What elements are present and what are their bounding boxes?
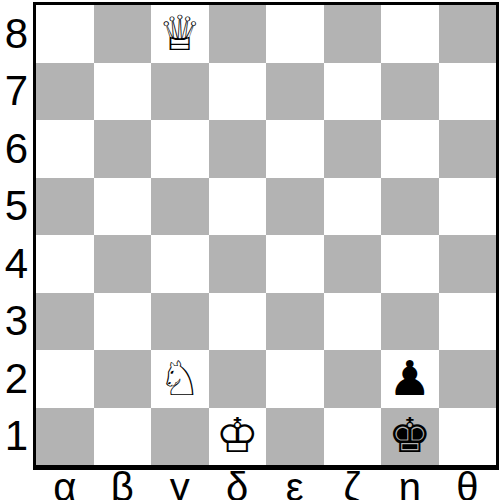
square-a6[interactable] bbox=[36, 120, 94, 178]
square-d4[interactable] bbox=[209, 235, 267, 293]
rank-label-3: 3 bbox=[0, 293, 33, 351]
square-b4[interactable] bbox=[94, 235, 152, 293]
square-c6[interactable] bbox=[151, 120, 209, 178]
square-h8[interactable] bbox=[439, 5, 497, 63]
square-e2[interactable] bbox=[266, 350, 324, 408]
rank-label-2: 2 bbox=[0, 350, 33, 408]
square-a3[interactable] bbox=[36, 293, 94, 351]
file-label-e: ε bbox=[266, 470, 324, 500]
square-g4[interactable] bbox=[381, 235, 439, 293]
square-e8[interactable] bbox=[266, 5, 324, 63]
square-h6[interactable] bbox=[439, 120, 497, 178]
square-f8[interactable] bbox=[324, 5, 382, 63]
square-b2[interactable] bbox=[94, 350, 152, 408]
square-h7[interactable] bbox=[439, 63, 497, 121]
square-d7[interactable] bbox=[209, 63, 267, 121]
square-h3[interactable] bbox=[439, 293, 497, 351]
square-b5[interactable] bbox=[94, 178, 152, 236]
file-label-b: β bbox=[94, 470, 152, 500]
square-e6[interactable] bbox=[266, 120, 324, 178]
square-h5[interactable] bbox=[439, 178, 497, 236]
white-knight[interactable]: ♘ bbox=[158, 354, 201, 402]
square-b3[interactable] bbox=[94, 293, 152, 351]
square-g2[interactable]: ♟ bbox=[381, 350, 439, 408]
square-f2[interactable] bbox=[324, 350, 382, 408]
square-c3[interactable] bbox=[151, 293, 209, 351]
square-d2[interactable] bbox=[209, 350, 267, 408]
square-a5[interactable] bbox=[36, 178, 94, 236]
file-label-d: δ bbox=[209, 470, 267, 500]
file-label-a: α bbox=[36, 470, 94, 500]
black-king[interactable]: ♚ bbox=[388, 411, 431, 459]
rank-label-1: 1 bbox=[0, 408, 33, 466]
square-e3[interactable] bbox=[266, 293, 324, 351]
rank-labels: 87654321 bbox=[0, 2, 33, 468]
square-h1[interactable] bbox=[439, 408, 497, 466]
rank-label-6: 6 bbox=[0, 120, 33, 178]
square-d5[interactable] bbox=[209, 178, 267, 236]
square-c5[interactable] bbox=[151, 178, 209, 236]
square-d8[interactable] bbox=[209, 5, 267, 63]
square-h4[interactable] bbox=[439, 235, 497, 293]
square-d3[interactable] bbox=[209, 293, 267, 351]
white-queen[interactable]: ♕ bbox=[158, 9, 201, 57]
square-b8[interactable] bbox=[94, 5, 152, 63]
file-label-g: η bbox=[381, 470, 439, 500]
file-label-c: γ bbox=[151, 470, 209, 500]
chess-board: ♕♘♟♔♚ bbox=[33, 2, 499, 470]
square-e5[interactable] bbox=[266, 178, 324, 236]
rank-label-7: 7 bbox=[0, 63, 33, 121]
square-a2[interactable] bbox=[36, 350, 94, 408]
square-c8[interactable]: ♕ bbox=[151, 5, 209, 63]
square-b7[interactable] bbox=[94, 63, 152, 121]
square-b6[interactable] bbox=[94, 120, 152, 178]
square-g7[interactable] bbox=[381, 63, 439, 121]
square-f6[interactable] bbox=[324, 120, 382, 178]
square-g8[interactable] bbox=[381, 5, 439, 63]
square-f3[interactable] bbox=[324, 293, 382, 351]
square-c7[interactable] bbox=[151, 63, 209, 121]
square-e7[interactable] bbox=[266, 63, 324, 121]
file-label-f: ζ bbox=[324, 470, 382, 500]
square-e1[interactable] bbox=[266, 408, 324, 466]
file-labels: αβγδεζηθ bbox=[36, 470, 496, 500]
square-f4[interactable] bbox=[324, 235, 382, 293]
square-b1[interactable] bbox=[94, 408, 152, 466]
square-d1[interactable]: ♔ bbox=[209, 408, 267, 466]
square-g5[interactable] bbox=[381, 178, 439, 236]
square-c2[interactable]: ♘ bbox=[151, 350, 209, 408]
rank-label-5: 5 bbox=[0, 178, 33, 236]
chess-diagram: 87654321 ♕♘♟♔♚ αβγδεζηθ bbox=[0, 0, 500, 500]
square-f7[interactable] bbox=[324, 63, 382, 121]
square-h2[interactable] bbox=[439, 350, 497, 408]
rank-label-8: 8 bbox=[0, 5, 33, 63]
square-a4[interactable] bbox=[36, 235, 94, 293]
rank-label-4: 4 bbox=[0, 235, 33, 293]
square-g3[interactable] bbox=[381, 293, 439, 351]
black-pawn[interactable]: ♟ bbox=[388, 354, 431, 402]
square-d6[interactable] bbox=[209, 120, 267, 178]
file-label-h: θ bbox=[439, 470, 497, 500]
white-king[interactable]: ♔ bbox=[216, 411, 259, 459]
square-c4[interactable] bbox=[151, 235, 209, 293]
square-a8[interactable] bbox=[36, 5, 94, 63]
board-and-ranks: 87654321 ♕♘♟♔♚ bbox=[0, 0, 500, 470]
square-g6[interactable] bbox=[381, 120, 439, 178]
square-c1[interactable] bbox=[151, 408, 209, 466]
square-a7[interactable] bbox=[36, 63, 94, 121]
square-g1[interactable]: ♚ bbox=[381, 408, 439, 466]
square-e4[interactable] bbox=[266, 235, 324, 293]
square-f5[interactable] bbox=[324, 178, 382, 236]
square-a1[interactable] bbox=[36, 408, 94, 466]
square-f1[interactable] bbox=[324, 408, 382, 466]
